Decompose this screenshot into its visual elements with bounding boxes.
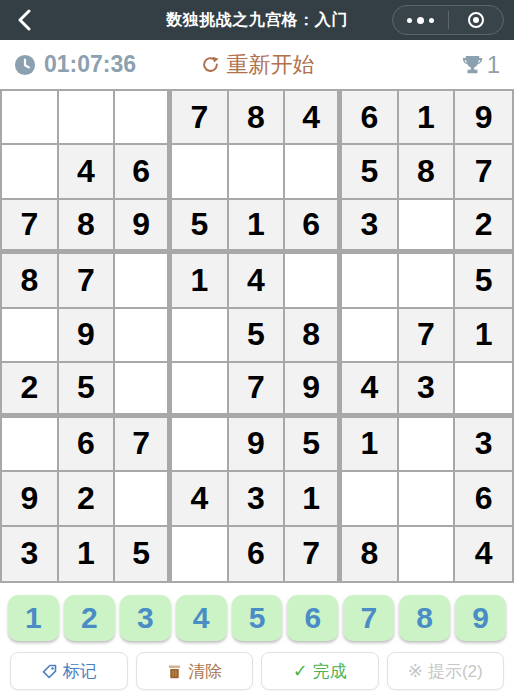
cell-r2c9[interactable]: 7 xyxy=(455,145,512,199)
restart-label: 重新开始 xyxy=(227,50,315,80)
cell-r7c7[interactable]: 1 xyxy=(342,418,399,472)
cell-r5c2[interactable]: 9 xyxy=(59,309,116,363)
trash-icon xyxy=(166,663,183,680)
cell-r3c3[interactable]: 9 xyxy=(115,200,172,254)
numpad-button-6[interactable]: 6 xyxy=(287,595,338,641)
cell-r1c2[interactable] xyxy=(59,91,116,145)
number-pad: 123456789 xyxy=(8,595,506,641)
cell-r9c9[interactable]: 4 xyxy=(455,527,512,581)
cell-r2c3[interactable]: 6 xyxy=(115,145,172,199)
cell-r8c2[interactable]: 2 xyxy=(59,472,116,526)
cell-r2c4[interactable] xyxy=(172,145,229,199)
cell-r4c3[interactable] xyxy=(115,254,172,308)
cell-r8c4[interactable]: 4 xyxy=(172,472,229,526)
restart-button[interactable]: 重新开始 xyxy=(175,50,340,80)
cell-r2c2[interactable]: 4 xyxy=(59,145,116,199)
cell-r8c6[interactable]: 1 xyxy=(285,472,342,526)
cell-r2c7[interactable]: 5 xyxy=(342,145,399,199)
cell-r5c1[interactable] xyxy=(2,309,59,363)
numpad-button-2[interactable]: 2 xyxy=(64,595,115,641)
cell-r9c1[interactable]: 3 xyxy=(2,527,59,581)
numpad-button-5[interactable]: 5 xyxy=(232,595,283,641)
cell-r1c9[interactable]: 9 xyxy=(455,91,512,145)
cell-r1c7[interactable]: 6 xyxy=(342,91,399,145)
cell-r6c8[interactable]: 3 xyxy=(399,363,456,417)
numpad-button-4[interactable]: 4 xyxy=(176,595,227,641)
cell-r3c7[interactable]: 3 xyxy=(342,200,399,254)
cell-r1c1[interactable] xyxy=(2,91,59,145)
clock-icon xyxy=(14,54,36,76)
cell-r3c6[interactable]: 6 xyxy=(285,200,342,254)
cell-r1c3[interactable] xyxy=(115,91,172,145)
restart-icon xyxy=(200,54,221,75)
timer-value: 01:07:36 xyxy=(44,51,136,78)
cell-r7c5[interactable]: 9 xyxy=(229,418,286,472)
cell-r1c6[interactable]: 4 xyxy=(285,91,342,145)
cell-r8c8[interactable] xyxy=(399,472,456,526)
cell-r4c2[interactable]: 7 xyxy=(59,254,116,308)
hint-label: 提示(2) xyxy=(428,660,483,683)
reference-mark-icon: ※ xyxy=(408,662,423,680)
cell-r9c2[interactable]: 1 xyxy=(59,527,116,581)
status-bar: 01:07:36 重新开始 1 xyxy=(0,40,514,89)
cell-r9c5[interactable]: 6 xyxy=(229,527,286,581)
cell-r8c1[interactable]: 9 xyxy=(2,472,59,526)
tag-icon xyxy=(41,663,58,680)
cell-r7c1[interactable] xyxy=(2,418,59,472)
back-chevron-icon xyxy=(17,9,31,31)
cell-r4c9[interactable]: 5 xyxy=(455,254,512,308)
cell-r1c8[interactable]: 1 xyxy=(399,91,456,145)
cell-r8c5[interactable]: 3 xyxy=(229,472,286,526)
cell-r5c3[interactable] xyxy=(115,309,172,363)
cell-r3c1[interactable]: 7 xyxy=(2,200,59,254)
toolbar: 标记 清除 ✓ 完成 ※ 提示(2) xyxy=(10,652,504,690)
cell-r9c7[interactable]: 8 xyxy=(342,527,399,581)
numpad-button-9[interactable]: 9 xyxy=(455,595,506,641)
check-icon: ✓ xyxy=(293,662,308,680)
cell-r5c5[interactable]: 5 xyxy=(229,309,286,363)
cell-r6c7[interactable]: 4 xyxy=(342,363,399,417)
cell-r4c5[interactable]: 4 xyxy=(229,254,286,308)
cell-r6c9[interactable] xyxy=(455,363,512,417)
cell-r7c6[interactable]: 5 xyxy=(285,418,342,472)
cell-r9c8[interactable] xyxy=(399,527,456,581)
cell-r8c7[interactable] xyxy=(342,472,399,526)
cell-r2c1[interactable] xyxy=(2,145,59,199)
trophy-count: 1 xyxy=(487,51,500,79)
cell-r7c2[interactable]: 6 xyxy=(59,418,116,472)
menu-dots-icon xyxy=(407,18,412,23)
trophy-icon xyxy=(461,53,484,76)
cell-r6c3[interactable] xyxy=(115,363,172,417)
numpad-button-7[interactable]: 7 xyxy=(343,595,394,641)
cell-r7c3[interactable]: 7 xyxy=(115,418,172,472)
cell-r1c4[interactable]: 7 xyxy=(172,91,229,145)
mark-button[interactable]: 标记 xyxy=(10,652,128,690)
cell-r5c4[interactable] xyxy=(172,309,229,363)
navbar: 数独挑战之九宫格：入门 xyxy=(0,0,514,40)
more-menu-button[interactable] xyxy=(393,6,448,34)
cell-r3c4[interactable]: 5 xyxy=(172,200,229,254)
cell-r3c9[interactable]: 2 xyxy=(455,200,512,254)
done-label: 完成 xyxy=(313,660,347,683)
cell-r3c5[interactable]: 1 xyxy=(229,200,286,254)
timer: 01:07:36 xyxy=(14,51,136,78)
cell-r2c8[interactable]: 8 xyxy=(399,145,456,199)
cell-r5c8[interactable]: 7 xyxy=(399,309,456,363)
cell-r2c5[interactable] xyxy=(229,145,286,199)
cell-r9c4[interactable] xyxy=(172,527,229,581)
numpad-button-3[interactable]: 3 xyxy=(120,595,171,641)
cell-r8c9[interactable]: 6 xyxy=(455,472,512,526)
cell-r6c5[interactable]: 7 xyxy=(229,363,286,417)
cell-r7c4[interactable] xyxy=(172,418,229,472)
cell-r4c6[interactable] xyxy=(285,254,342,308)
cell-r6c2[interactable]: 5 xyxy=(59,363,116,417)
cell-r5c6[interactable]: 8 xyxy=(285,309,342,363)
clear-button[interactable]: 清除 xyxy=(136,652,254,690)
cell-r4c1[interactable]: 8 xyxy=(2,254,59,308)
cell-r5c9[interactable]: 1 xyxy=(455,309,512,363)
sudoku-board: 7846194658778951632871459587125794367951… xyxy=(0,89,514,583)
cell-r7c9[interactable]: 3 xyxy=(455,418,512,472)
cell-r3c8[interactable] xyxy=(399,200,456,254)
cell-r6c4[interactable] xyxy=(172,363,229,417)
done-button[interactable]: ✓ 完成 xyxy=(261,652,379,690)
cell-r6c6[interactable]: 9 xyxy=(285,363,342,417)
cell-r7c8[interactable] xyxy=(399,418,456,472)
cell-r4c4[interactable]: 1 xyxy=(172,254,229,308)
mark-label: 标记 xyxy=(63,660,97,683)
target-circle-icon xyxy=(468,12,484,28)
clear-label: 清除 xyxy=(188,660,222,683)
cell-r6c1[interactable]: 2 xyxy=(2,363,59,417)
cell-r9c3[interactable]: 5 xyxy=(115,527,172,581)
cell-r3c2[interactable]: 8 xyxy=(59,200,116,254)
wechat-capsule xyxy=(392,5,504,35)
cell-r2c6[interactable] xyxy=(285,145,342,199)
minimize-button[interactable] xyxy=(449,6,504,34)
back-button[interactable] xyxy=(6,0,42,40)
cell-r9c6[interactable]: 7 xyxy=(285,527,342,581)
numpad-button-1[interactable]: 1 xyxy=(8,595,59,641)
app: 数独挑战之九宫格：入门 01:07:36 xyxy=(0,0,514,696)
numpad-button-8[interactable]: 8 xyxy=(399,595,450,641)
trophy-counter: 1 xyxy=(461,51,500,79)
cell-r8c3[interactable] xyxy=(115,472,172,526)
cell-r4c8[interactable] xyxy=(399,254,456,308)
cell-r4c7[interactable] xyxy=(342,254,399,308)
cell-r5c7[interactable] xyxy=(342,309,399,363)
cell-r1c5[interactable]: 8 xyxy=(229,91,286,145)
hint-button[interactable]: ※ 提示(2) xyxy=(387,652,505,690)
